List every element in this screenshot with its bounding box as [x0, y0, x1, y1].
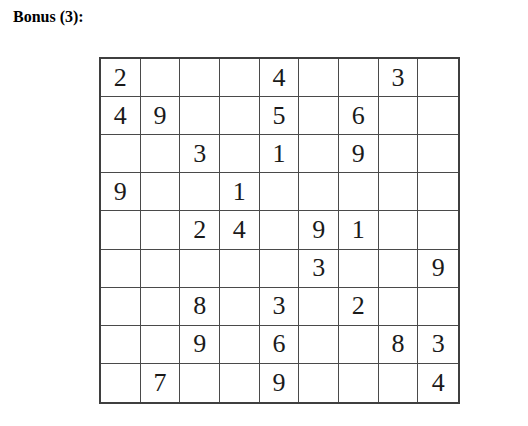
- grid-cell-r5c7: 1: [339, 211, 379, 249]
- grid-cell-r7c1: [101, 288, 141, 326]
- grid-cell-r4c2: [141, 173, 181, 211]
- grid-cell-r6c1: [101, 250, 141, 288]
- grid-cell-r8c2: [141, 326, 181, 364]
- grid-cell-r5c2: [141, 211, 181, 249]
- grid-cell-r2c9: [418, 97, 458, 135]
- grid-cell-r5c1: [101, 211, 141, 249]
- grid-cell-r1c9: [418, 59, 458, 97]
- grid-cell-r6c7: [339, 250, 379, 288]
- grid-cell-r2c2: 9: [141, 97, 181, 135]
- grid-cell-r1c1: 2: [101, 59, 141, 97]
- grid-cell-r2c5: 5: [260, 97, 300, 135]
- grid-cell-r9c6: [299, 364, 339, 402]
- grid-cell-r9c7: [339, 364, 379, 402]
- grid-cell-r3c7: 9: [339, 135, 379, 173]
- grid-cell-r2c6: [299, 97, 339, 135]
- grid-cell-r8c6: [299, 326, 339, 364]
- grid-cell-r3c2: [141, 135, 181, 173]
- grid-cell-r2c3: [180, 97, 220, 135]
- grid-cell-r1c4: [220, 59, 260, 97]
- grid-cell-r3c1: [101, 135, 141, 173]
- grid-cell-r5c4: 4: [220, 211, 260, 249]
- grid-cell-r6c6: 3: [299, 250, 339, 288]
- grid-cell-r3c4: [220, 135, 260, 173]
- grid-cell-r7c3: 8: [180, 288, 220, 326]
- grid-cell-r9c1: [101, 364, 141, 402]
- grid-cell-r2c4: [220, 97, 260, 135]
- worksheet-page: Bonus (3): 2434956319912491398329683794: [0, 0, 528, 426]
- grid-cell-r1c3: [180, 59, 220, 97]
- grid-cell-r6c9: 9: [418, 250, 458, 288]
- grid-cell-r3c8: [379, 135, 419, 173]
- grid-cell-r7c7: 2: [339, 288, 379, 326]
- grid-cell-r6c5: [260, 250, 300, 288]
- grid-cell-r8c4: [220, 326, 260, 364]
- grid-cell-r7c6: [299, 288, 339, 326]
- sudoku-grid: 2434956319912491398329683794: [99, 57, 460, 404]
- grid-cell-r9c4: [220, 364, 260, 402]
- grid-cell-r3c9: [418, 135, 458, 173]
- grid-cell-r1c2: [141, 59, 181, 97]
- grid-cell-r6c4: [220, 250, 260, 288]
- grid-cell-r7c9: [418, 288, 458, 326]
- grid-cell-r9c2: 7: [141, 364, 181, 402]
- grid-cell-r8c3: 9: [180, 326, 220, 364]
- grid-cell-r4c5: [260, 173, 300, 211]
- grid-cell-r9c8: [379, 364, 419, 402]
- grid-cell-r4c6: [299, 173, 339, 211]
- grid-cell-r8c1: [101, 326, 141, 364]
- grid-cell-r6c2: [141, 250, 181, 288]
- grid-cell-r4c7: [339, 173, 379, 211]
- grid-cell-r4c3: [180, 173, 220, 211]
- grid-cell-r7c8: [379, 288, 419, 326]
- grid-cell-r2c8: [379, 97, 419, 135]
- grid-cell-r3c3: 3: [180, 135, 220, 173]
- grid-cell-r4c8: [379, 173, 419, 211]
- grid-cell-r7c4: [220, 288, 260, 326]
- grid-cell-r8c9: 3: [418, 326, 458, 364]
- grid-cell-r4c4: 1: [220, 173, 260, 211]
- grid-cell-r9c9: 4: [418, 364, 458, 402]
- grid-cell-r1c5: 4: [260, 59, 300, 97]
- grid-cell-r1c8: 3: [379, 59, 419, 97]
- grid-cell-r6c3: [180, 250, 220, 288]
- grid-cell-r5c6: 9: [299, 211, 339, 249]
- grid-cell-r5c5: [260, 211, 300, 249]
- grid-cell-r2c1: 4: [101, 97, 141, 135]
- grid-cell-r5c9: [418, 211, 458, 249]
- grid-cell-r5c8: [379, 211, 419, 249]
- grid-cell-r9c5: 9: [260, 364, 300, 402]
- grid-cell-r4c9: [418, 173, 458, 211]
- grid-cell-r2c7: 6: [339, 97, 379, 135]
- grid-cell-r9c3: [180, 364, 220, 402]
- page-title: Bonus (3):: [13, 8, 84, 26]
- grid-cell-r4c1: 9: [101, 173, 141, 211]
- grid-cell-r3c5: 1: [260, 135, 300, 173]
- grid-cell-r7c5: 3: [260, 288, 300, 326]
- grid-cell-r5c3: 2: [180, 211, 220, 249]
- grid-cell-r7c2: [141, 288, 181, 326]
- grid-cell-r6c8: [379, 250, 419, 288]
- grid-cell-r8c7: [339, 326, 379, 364]
- grid-cell-r1c6: [299, 59, 339, 97]
- grid-cell-r8c8: 8: [379, 326, 419, 364]
- grid-cell-r1c7: [339, 59, 379, 97]
- grid-cell-r3c6: [299, 135, 339, 173]
- grid-cell-r8c5: 6: [260, 326, 300, 364]
